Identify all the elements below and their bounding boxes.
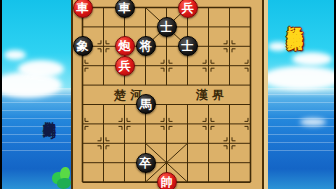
cloud xyxy=(4,50,26,60)
piece-black-elephant[interactable]: 象 xyxy=(73,36,93,56)
piece-red-cannon[interactable]: 炮 xyxy=(115,36,135,56)
video-frame: 楚河 漢界 車車兵士象炮将士兵馬卒帥 象棋刘正哥 疑难绝妙实用 xyxy=(0,0,336,189)
piece-black-advisor[interactable]: 士 xyxy=(157,17,177,37)
board-side-edge xyxy=(264,0,268,189)
piece-red-soldier[interactable]: 兵 xyxy=(178,0,198,18)
cloud xyxy=(268,42,288,51)
title-caption: 疑难绝妙实用 xyxy=(284,13,305,24)
pieces-grid: 車車兵士象炮将士兵馬卒帥 xyxy=(72,0,261,189)
cloud xyxy=(18,60,64,78)
cloud xyxy=(292,52,332,66)
channel-caption: 象棋刘正哥 xyxy=(40,110,58,118)
piece-black-advisor[interactable]: 士 xyxy=(178,36,198,56)
piece-black-horse[interactable]: 馬 xyxy=(136,94,156,114)
cloud xyxy=(300,118,326,126)
piece-red-chariot[interactable]: 車 xyxy=(73,0,93,18)
piece-black-general[interactable]: 将 xyxy=(136,36,156,56)
piece-red-soldier[interactable]: 兵 xyxy=(115,56,135,76)
xiangqi-board[interactable]: 楚河 漢界 車車兵士象炮将士兵馬卒帥 xyxy=(71,0,264,189)
piece-black-soldier[interactable]: 卒 xyxy=(136,153,156,173)
piece-red-general[interactable]: 帥 xyxy=(157,172,177,189)
left-edge-bar xyxy=(0,0,2,189)
cloud xyxy=(262,66,336,90)
piece-black-chariot[interactable]: 車 xyxy=(115,0,135,18)
